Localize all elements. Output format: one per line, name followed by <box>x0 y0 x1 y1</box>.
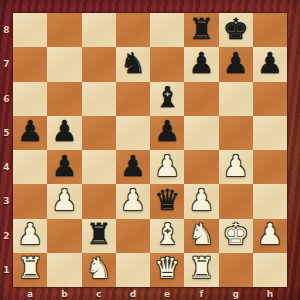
square-f5[interactable] <box>184 116 218 150</box>
file-label-a: a <box>13 287 47 300</box>
square-g7[interactable]: ♟ <box>219 47 253 81</box>
square-e2[interactable]: ♝ <box>150 219 184 253</box>
square-d3[interactable]: ♟ <box>116 184 150 218</box>
file-label-b: b <box>47 287 81 300</box>
square-h5[interactable] <box>253 116 287 150</box>
square-c2[interactable]: ♜ <box>82 219 116 253</box>
black-rook[interactable]: ♜ <box>86 220 112 249</box>
square-g8[interactable]: ♚ <box>219 13 253 47</box>
square-a3[interactable] <box>13 184 47 218</box>
white-bishop[interactable]: ♝ <box>154 220 180 249</box>
square-c1[interactable]: ♞ <box>82 253 116 287</box>
square-f4[interactable] <box>184 150 218 184</box>
black-knight[interactable]: ♞ <box>120 49 146 78</box>
square-g1[interactable] <box>219 253 253 287</box>
file-labels: abcdefgh <box>13 287 287 300</box>
rank-labels: 87654321 <box>0 13 13 287</box>
square-b7[interactable] <box>47 47 81 81</box>
square-h3[interactable] <box>253 184 287 218</box>
square-b6[interactable] <box>47 82 81 116</box>
square-a8[interactable] <box>13 13 47 47</box>
black-pawn[interactable]: ♟ <box>257 49 283 78</box>
square-b2[interactable] <box>47 219 81 253</box>
rank-label-5: 5 <box>0 116 13 150</box>
square-b5[interactable]: ♟ <box>47 116 81 150</box>
file-label-g: g <box>219 287 253 300</box>
file-label-d: d <box>116 287 150 300</box>
square-g6[interactable] <box>219 82 253 116</box>
square-f3[interactable]: ♟ <box>184 184 218 218</box>
square-h4[interactable] <box>253 150 287 184</box>
black-king[interactable]: ♚ <box>223 15 249 44</box>
square-a5[interactable]: ♟ <box>13 116 47 150</box>
rank-label-3: 3 <box>0 184 13 218</box>
square-c5[interactable] <box>82 116 116 150</box>
square-a1[interactable]: ♜ <box>13 253 47 287</box>
white-pawn[interactable]: ♟ <box>51 186 77 215</box>
square-a2[interactable]: ♟ <box>13 219 47 253</box>
square-g4[interactable]: ♟ <box>219 150 253 184</box>
black-pawn[interactable]: ♟ <box>120 152 146 181</box>
white-pawn[interactable]: ♟ <box>154 152 180 181</box>
white-pawn[interactable]: ♟ <box>188 186 214 215</box>
square-e1[interactable]: ♛ <box>150 253 184 287</box>
file-label-e: e <box>150 287 184 300</box>
white-rook[interactable]: ♜ <box>17 254 43 283</box>
square-a4[interactable] <box>13 150 47 184</box>
rank-label-6: 6 <box>0 82 13 116</box>
square-e5[interactable]: ♟ <box>150 116 184 150</box>
square-d2[interactable] <box>116 219 150 253</box>
square-b4[interactable]: ♟ <box>47 150 81 184</box>
rank-label-1: 1 <box>0 253 13 287</box>
black-pawn[interactable]: ♟ <box>154 117 180 146</box>
square-e3[interactable]: ♛ <box>150 184 184 218</box>
square-b3[interactable]: ♟ <box>47 184 81 218</box>
file-label-c: c <box>82 287 116 300</box>
square-e8[interactable] <box>150 13 184 47</box>
rank-label-7: 7 <box>0 47 13 81</box>
square-a6[interactable] <box>13 82 47 116</box>
square-f1[interactable]: ♜ <box>184 253 218 287</box>
square-d4[interactable]: ♟ <box>116 150 150 184</box>
rank-label-8: 8 <box>0 13 13 47</box>
square-e7[interactable] <box>150 47 184 81</box>
square-d6[interactable] <box>116 82 150 116</box>
white-pawn[interactable]: ♟ <box>17 220 43 249</box>
black-pawn[interactable]: ♟ <box>223 49 249 78</box>
square-b8[interactable] <box>47 13 81 47</box>
square-f6[interactable] <box>184 82 218 116</box>
square-e6[interactable]: ♝ <box>150 82 184 116</box>
black-pawn[interactable]: ♟ <box>51 152 77 181</box>
file-label-f: f <box>184 287 218 300</box>
square-d8[interactable] <box>116 13 150 47</box>
square-h7[interactable]: ♟ <box>253 47 287 81</box>
rank-label-2: 2 <box>0 219 13 253</box>
square-d7[interactable]: ♞ <box>116 47 150 81</box>
black-queen[interactable]: ♛ <box>154 186 180 215</box>
white-pawn[interactable]: ♟ <box>257 220 283 249</box>
white-knight[interactable]: ♞ <box>86 254 112 283</box>
white-king[interactable]: ♚ <box>223 220 249 249</box>
square-h1[interactable] <box>253 253 287 287</box>
square-f7[interactable]: ♟ <box>184 47 218 81</box>
black-pawn[interactable]: ♟ <box>51 117 77 146</box>
square-g3[interactable] <box>219 184 253 218</box>
white-pawn[interactable]: ♟ <box>120 186 146 215</box>
white-queen[interactable]: ♛ <box>154 254 180 283</box>
square-c3[interactable] <box>82 184 116 218</box>
white-knight[interactable]: ♞ <box>188 220 214 249</box>
black-pawn[interactable]: ♟ <box>188 49 214 78</box>
black-pawn[interactable]: ♟ <box>17 117 43 146</box>
white-rook[interactable]: ♜ <box>188 254 214 283</box>
chessboard-frame: ♜♚♞♟♟♟♝♟♟♟♟♟♟♟♟♟♛♟♟♜♝♞♚♟♜♞♛♜ 87654321 ab… <box>0 0 300 300</box>
square-h6[interactable] <box>253 82 287 116</box>
square-d1[interactable] <box>116 253 150 287</box>
square-e4[interactable]: ♟ <box>150 150 184 184</box>
square-c8[interactable] <box>82 13 116 47</box>
square-f8[interactable]: ♜ <box>184 13 218 47</box>
square-b1[interactable] <box>47 253 81 287</box>
white-pawn[interactable]: ♟ <box>223 152 249 181</box>
square-h2[interactable]: ♟ <box>253 219 287 253</box>
square-c7[interactable] <box>82 47 116 81</box>
square-a7[interactable] <box>13 47 47 81</box>
black-rook[interactable]: ♜ <box>188 15 214 44</box>
square-f2[interactable]: ♞ <box>184 219 218 253</box>
square-g2[interactable]: ♚ <box>219 219 253 253</box>
square-c6[interactable] <box>82 82 116 116</box>
file-label-h: h <box>253 287 287 300</box>
square-h8[interactable] <box>253 13 287 47</box>
square-g5[interactable] <box>219 116 253 150</box>
black-bishop[interactable]: ♝ <box>154 83 180 112</box>
square-c4[interactable] <box>82 150 116 184</box>
chess-board: ♜♚♞♟♟♟♝♟♟♟♟♟♟♟♟♟♛♟♟♜♝♞♚♟♜♞♛♜ <box>13 13 287 287</box>
rank-label-4: 4 <box>0 150 13 184</box>
square-d5[interactable] <box>116 116 150 150</box>
